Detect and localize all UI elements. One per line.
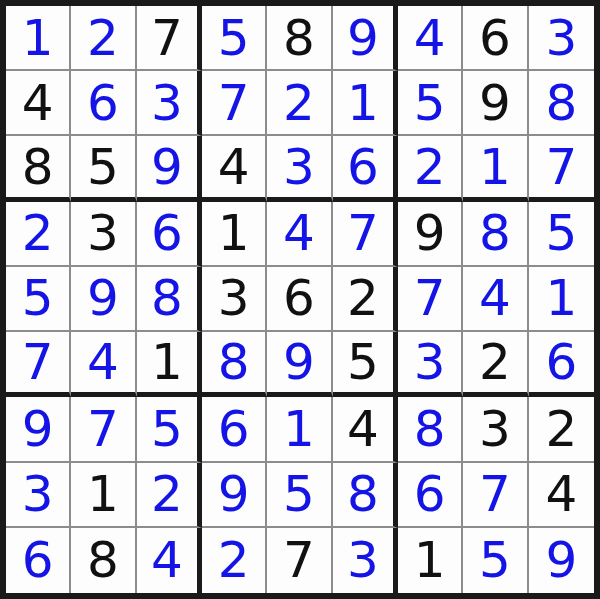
sudoku-cell-r8c5[interactable]: 5 (267, 463, 332, 528)
sudoku-cell-r7c7[interactable]: 8 (398, 397, 463, 462)
sudoku-cell-r7c2[interactable]: 7 (71, 397, 136, 462)
sudoku-cell-r8c7[interactable]: 6 (398, 463, 463, 528)
sudoku-cell-r3c9[interactable]: 7 (529, 136, 594, 201)
sudoku-cell-r5c7[interactable]: 7 (398, 267, 463, 332)
sudoku-cell-r6c9[interactable]: 6 (529, 332, 594, 397)
sudoku-cell-r3c7[interactable]: 2 (398, 136, 463, 201)
sudoku-cell-r6c8[interactable]: 2 (463, 332, 528, 397)
sudoku-cell-r5c9[interactable]: 1 (529, 267, 594, 332)
sudoku-cell-r5c5[interactable]: 6 (267, 267, 332, 332)
sudoku-cell-r8c6[interactable]: 8 (333, 463, 398, 528)
sudoku-cell-r8c8[interactable]: 7 (463, 463, 528, 528)
sudoku-cell-r2c8[interactable]: 9 (463, 71, 528, 136)
sudoku-cell-r1c4[interactable]: 5 (202, 6, 267, 71)
sudoku-cell-r9c1[interactable]: 6 (6, 528, 71, 593)
sudoku-cell-r4c1[interactable]: 2 (6, 202, 71, 267)
sudoku-cell-r9c3[interactable]: 4 (137, 528, 202, 593)
sudoku-cell-r6c3[interactable]: 1 (137, 332, 202, 397)
sudoku-cell-r9c8[interactable]: 5 (463, 528, 528, 593)
sudoku-cell-r7c3[interactable]: 5 (137, 397, 202, 462)
sudoku-cell-r9c9[interactable]: 9 (529, 528, 594, 593)
sudoku-cell-r3c1[interactable]: 8 (6, 136, 71, 201)
sudoku-cell-r6c4[interactable]: 8 (202, 332, 267, 397)
sudoku-cell-r1c2[interactable]: 2 (71, 6, 136, 71)
sudoku-cell-r8c3[interactable]: 2 (137, 463, 202, 528)
sudoku-cell-r9c5[interactable]: 7 (267, 528, 332, 593)
sudoku-cell-r4c7[interactable]: 9 (398, 202, 463, 267)
sudoku-cell-r9c2[interactable]: 8 (71, 528, 136, 593)
sudoku-cell-r5c1[interactable]: 5 (6, 267, 71, 332)
sudoku-cell-r4c9[interactable]: 5 (529, 202, 594, 267)
sudoku-cell-r1c3[interactable]: 7 (137, 6, 202, 71)
sudoku-cell-r6c2[interactable]: 4 (71, 332, 136, 397)
sudoku-cell-r6c7[interactable]: 3 (398, 332, 463, 397)
sudoku-cell-r8c4[interactable]: 9 (202, 463, 267, 528)
sudoku-cell-r8c9[interactable]: 4 (529, 463, 594, 528)
sudoku-cell-r5c4[interactable]: 3 (202, 267, 267, 332)
sudoku-cell-r2c1[interactable]: 4 (6, 71, 71, 136)
sudoku-cell-r1c5[interactable]: 8 (267, 6, 332, 71)
sudoku-cell-r4c8[interactable]: 8 (463, 202, 528, 267)
sudoku-cell-r3c2[interactable]: 5 (71, 136, 136, 201)
sudoku-cell-r2c9[interactable]: 8 (529, 71, 594, 136)
sudoku-cell-r6c5[interactable]: 9 (267, 332, 332, 397)
sudoku-cell-r4c3[interactable]: 6 (137, 202, 202, 267)
sudoku-cell-r5c8[interactable]: 4 (463, 267, 528, 332)
sudoku-cell-r6c6[interactable]: 5 (333, 332, 398, 397)
sudoku-board: 1275894634637215988594362172361479855983… (0, 0, 600, 599)
sudoku-cell-r7c9[interactable]: 2 (529, 397, 594, 462)
sudoku-cell-r9c4[interactable]: 2 (202, 528, 267, 593)
sudoku-cell-r3c5[interactable]: 3 (267, 136, 332, 201)
sudoku-cell-r7c1[interactable]: 9 (6, 397, 71, 462)
sudoku-cell-r3c6[interactable]: 6 (333, 136, 398, 201)
sudoku-cell-r5c2[interactable]: 9 (71, 267, 136, 332)
sudoku-cell-r7c8[interactable]: 3 (463, 397, 528, 462)
sudoku-cell-r7c6[interactable]: 4 (333, 397, 398, 462)
sudoku-cell-r8c2[interactable]: 1 (71, 463, 136, 528)
sudoku-cell-r3c8[interactable]: 1 (463, 136, 528, 201)
sudoku-cell-r2c5[interactable]: 2 (267, 71, 332, 136)
sudoku-cell-r4c4[interactable]: 1 (202, 202, 267, 267)
sudoku-cell-r4c6[interactable]: 7 (333, 202, 398, 267)
sudoku-cell-r1c8[interactable]: 6 (463, 6, 528, 71)
sudoku-cell-r2c7[interactable]: 5 (398, 71, 463, 136)
sudoku-cell-r2c4[interactable]: 7 (202, 71, 267, 136)
sudoku-cell-r1c9[interactable]: 3 (529, 6, 594, 71)
sudoku-cell-r2c3[interactable]: 3 (137, 71, 202, 136)
sudoku-cell-r4c2[interactable]: 3 (71, 202, 136, 267)
sudoku-cell-r2c2[interactable]: 6 (71, 71, 136, 136)
sudoku-cell-r7c5[interactable]: 1 (267, 397, 332, 462)
sudoku-cell-r3c4[interactable]: 4 (202, 136, 267, 201)
sudoku-cell-r7c4[interactable]: 6 (202, 397, 267, 462)
sudoku-cell-r3c3[interactable]: 9 (137, 136, 202, 201)
sudoku-cell-r5c6[interactable]: 2 (333, 267, 398, 332)
sudoku-cell-r8c1[interactable]: 3 (6, 463, 71, 528)
sudoku-cell-r9c6[interactable]: 3 (333, 528, 398, 593)
sudoku-cell-r1c7[interactable]: 4 (398, 6, 463, 71)
sudoku-cell-r5c3[interactable]: 8 (137, 267, 202, 332)
sudoku-cell-r1c1[interactable]: 1 (6, 6, 71, 71)
sudoku-cell-r1c6[interactable]: 9 (333, 6, 398, 71)
sudoku-cell-r9c7[interactable]: 1 (398, 528, 463, 593)
sudoku-cell-r2c6[interactable]: 1 (333, 71, 398, 136)
sudoku-cell-r4c5[interactable]: 4 (267, 202, 332, 267)
sudoku-cell-r6c1[interactable]: 7 (6, 332, 71, 397)
